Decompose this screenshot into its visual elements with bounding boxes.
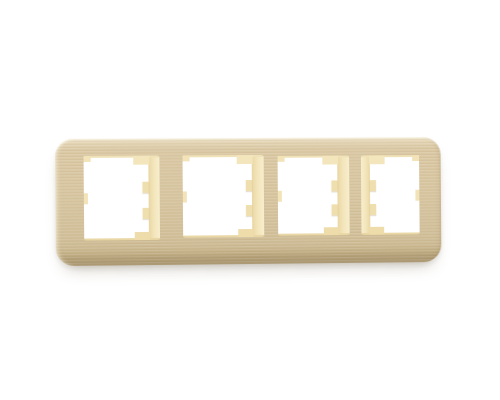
window-3-lip-tab-1 (331, 180, 337, 191)
window-1-side-notch (84, 193, 88, 204)
window-2-bottom-tab (238, 229, 253, 237)
window-2 (183, 155, 265, 238)
window-2-lip-tab-1 (246, 180, 252, 191)
window-3-top-tab (322, 155, 338, 164)
window-2-lip-tab-2 (246, 205, 252, 216)
window-2-top-tab (237, 155, 253, 164)
window-1-top-tab (133, 156, 149, 165)
window-1-lip-tab-1 (142, 182, 148, 193)
window-2-inner-lip (252, 157, 265, 235)
window-4-bottom-tab (369, 227, 384, 235)
window-3 (278, 155, 350, 235)
window-3-inner-lip (337, 157, 349, 233)
window-3-bottom-tab (324, 227, 339, 235)
window-3-lip-tab-2 (332, 204, 338, 215)
window-4-corner-notch (412, 155, 419, 161)
window-4-lip-tab-2 (370, 204, 376, 215)
window-4-top-tab (369, 155, 385, 164)
window-1 (84, 156, 160, 241)
window-4-lip-tab-1 (370, 180, 376, 191)
window-3-side-notch (278, 191, 282, 202)
window-4-inner-lip (361, 157, 370, 233)
window-3-corner-notch (278, 156, 285, 162)
window-2-side-notch (183, 192, 187, 203)
window-1-lip-tab-2 (143, 207, 149, 218)
product-photo (0, 0, 500, 400)
window-4-side-notch (415, 190, 419, 201)
window-1-inner-lip (148, 158, 160, 238)
window-4 (361, 155, 420, 235)
wall-frame (55, 137, 441, 268)
window-2-corner-notch (183, 155, 190, 161)
window-1-bottom-tab (135, 232, 150, 240)
frame-face (55, 137, 441, 266)
window-1-corner-notch (84, 156, 91, 162)
